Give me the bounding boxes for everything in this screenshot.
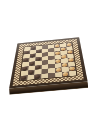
board-square (61, 71, 68, 76)
board-top-face (9, 37, 88, 88)
checker-piece-light (62, 72, 68, 76)
board-square (48, 73, 55, 78)
board-square (27, 74, 34, 79)
checker-piece-dark (34, 74, 40, 78)
checkers-board (9, 37, 88, 88)
board-square (20, 75, 27, 80)
playing-field (18, 42, 77, 82)
board-square (33, 74, 40, 79)
board-square (40, 73, 47, 78)
board-square (54, 72, 61, 77)
board-square (68, 71, 76, 76)
checker-piece-dark (20, 76, 26, 80)
product-photo (0, 0, 95, 126)
